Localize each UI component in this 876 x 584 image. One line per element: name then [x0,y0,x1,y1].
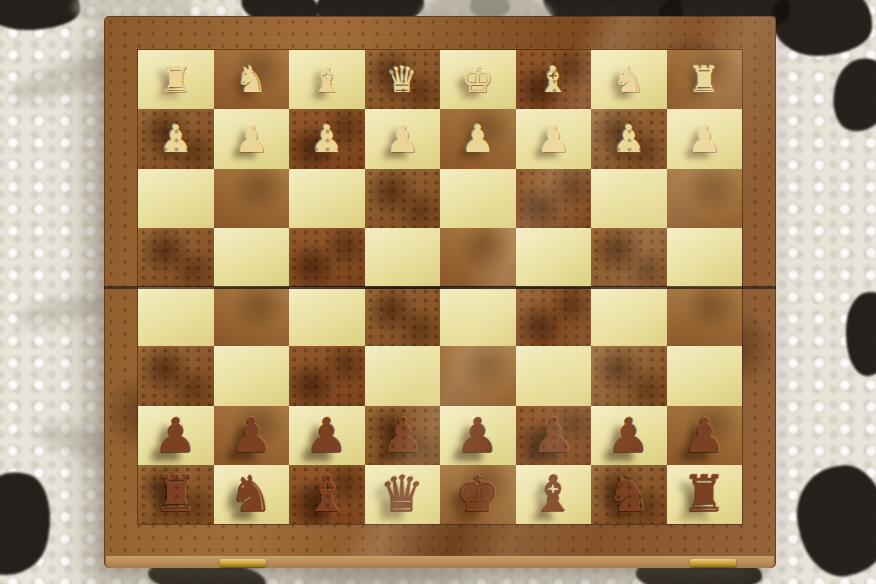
square-e6[interactable] [440,169,516,228]
fold-seam [104,286,776,289]
square-h1[interactable]: ♜ [667,465,743,524]
square-g1[interactable]: ♞ [591,465,667,524]
square-h7[interactable]: ♟ [667,109,743,168]
piece-dark-rook[interactable]: ♜ [153,469,198,519]
brass-hinge-left [220,559,266,567]
piece-dark-pawn[interactable]: ♟ [381,411,424,459]
square-c4[interactable] [289,287,365,346]
square-f5[interactable] [516,228,592,287]
square-b7[interactable]: ♟ [214,109,290,168]
piece-dark-pawn[interactable]: ♟ [305,411,348,459]
chess-box: ♜♞♝♛♚♝♞♜♟♟♟♟♟♟♟♟♟♟♟♟♟♟♟♟♜♞♝♛♚♝♞♜ [104,16,776,568]
square-f2[interactable]: ♟ [516,406,592,465]
piece-dark-knight[interactable]: ♞ [229,469,274,519]
square-a3[interactable] [138,346,214,405]
square-a1[interactable]: ♜ [138,465,214,524]
square-e7[interactable]: ♟ [440,109,516,168]
piece-light-knight[interactable]: ♞ [235,62,267,98]
square-b1[interactable]: ♞ [214,465,290,524]
piece-light-bishop[interactable]: ♝ [311,62,343,98]
square-c2[interactable]: ♟ [289,406,365,465]
piece-light-king[interactable]: ♚ [462,62,494,98]
piece-light-pawn[interactable]: ♟ [461,120,495,158]
piece-light-pawn[interactable]: ♟ [687,120,721,158]
square-f3[interactable] [516,346,592,405]
square-f7[interactable]: ♟ [516,109,592,168]
square-h6[interactable] [667,169,743,228]
square-c8[interactable]: ♝ [289,50,365,109]
square-c3[interactable] [289,346,365,405]
square-e4[interactable] [440,287,516,346]
square-d6[interactable] [365,169,441,228]
square-e3[interactable] [440,346,516,405]
piece-dark-pawn[interactable]: ♟ [456,411,499,459]
square-e2[interactable]: ♟ [440,406,516,465]
square-h2[interactable]: ♟ [667,406,743,465]
square-d4[interactable] [365,287,441,346]
square-h5[interactable] [667,228,743,287]
piece-dark-pawn[interactable]: ♟ [683,411,726,459]
piece-dark-pawn[interactable]: ♟ [230,411,273,459]
piece-dark-pawn[interactable]: ♟ [532,411,575,459]
piece-dark-pawn[interactable]: ♟ [607,411,650,459]
square-c1[interactable]: ♝ [289,465,365,524]
square-a2[interactable]: ♟ [138,406,214,465]
square-d3[interactable] [365,346,441,405]
piece-dark-bishop[interactable]: ♝ [304,469,349,519]
square-a7[interactable]: ♟ [138,109,214,168]
square-d8[interactable]: ♛ [365,50,441,109]
scene-chess-set-on-rug: { "game": "chess", "board": { "type": "f… [0,0,876,584]
piece-light-pawn[interactable]: ♟ [234,120,268,158]
square-g4[interactable] [591,287,667,346]
square-b4[interactable] [214,287,290,346]
square-g6[interactable] [591,169,667,228]
piece-light-queen[interactable]: ♛ [386,62,418,98]
piece-dark-knight[interactable]: ♞ [606,469,651,519]
square-h4[interactable] [667,287,743,346]
piece-light-rook[interactable]: ♜ [688,62,720,98]
piece-dark-king[interactable]: ♚ [455,469,500,519]
square-h3[interactable] [667,346,743,405]
piece-light-pawn[interactable]: ♟ [385,120,419,158]
square-b8[interactable]: ♞ [214,50,290,109]
box-side-face [106,556,774,568]
brass-hinge-right [690,559,736,567]
square-f8[interactable]: ♝ [516,50,592,109]
square-b6[interactable] [214,169,290,228]
piece-light-knight[interactable]: ♞ [613,62,645,98]
square-d5[interactable] [365,228,441,287]
square-d7[interactable]: ♟ [365,109,441,168]
square-f6[interactable] [516,169,592,228]
square-b3[interactable] [214,346,290,405]
piece-dark-bishop[interactable]: ♝ [531,469,576,519]
square-g2[interactable]: ♟ [591,406,667,465]
piece-light-pawn[interactable]: ♟ [159,120,193,158]
square-a5[interactable] [138,228,214,287]
square-c6[interactable] [289,169,365,228]
square-g8[interactable]: ♞ [591,50,667,109]
square-d1[interactable]: ♛ [365,465,441,524]
square-g3[interactable] [591,346,667,405]
piece-dark-pawn[interactable]: ♟ [154,411,197,459]
square-a6[interactable] [138,169,214,228]
piece-light-pawn[interactable]: ♟ [612,120,646,158]
square-f1[interactable]: ♝ [516,465,592,524]
square-c5[interactable] [289,228,365,287]
square-d2[interactable]: ♟ [365,406,441,465]
square-g7[interactable]: ♟ [591,109,667,168]
square-g5[interactable] [591,228,667,287]
square-e1[interactable]: ♚ [440,465,516,524]
piece-light-pawn[interactable]: ♟ [536,120,570,158]
rug-fluff-streak [300,566,470,584]
square-f4[interactable] [516,287,592,346]
square-e5[interactable] [440,228,516,287]
square-e8[interactable]: ♚ [440,50,516,109]
piece-light-pawn[interactable]: ♟ [310,120,344,158]
piece-dark-rook[interactable]: ♜ [682,469,727,519]
square-h8[interactable]: ♜ [667,50,743,109]
piece-light-bishop[interactable]: ♝ [537,62,569,98]
square-b2[interactable]: ♟ [214,406,290,465]
square-a8[interactable]: ♜ [138,50,214,109]
square-b5[interactable] [214,228,290,287]
square-a4[interactable] [138,287,214,346]
piece-light-rook[interactable]: ♜ [160,62,192,98]
square-c7[interactable]: ♟ [289,109,365,168]
piece-dark-queen[interactable]: ♛ [380,469,425,519]
